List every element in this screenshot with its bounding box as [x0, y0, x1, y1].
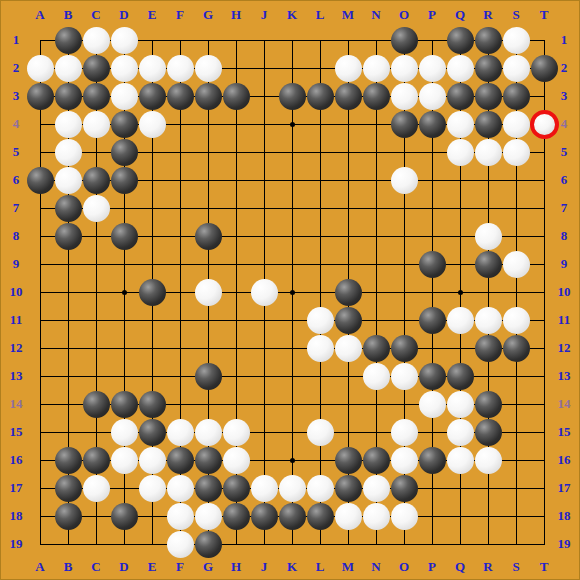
- stone-black: [167, 83, 194, 110]
- column-label: T: [532, 559, 556, 575]
- row-label: 12: [4, 340, 28, 356]
- stone-black: [363, 335, 390, 362]
- row-label: 6: [552, 172, 576, 188]
- stone-white: [447, 419, 474, 446]
- column-label: D: [112, 7, 136, 23]
- stone-black: [279, 503, 306, 530]
- goban[interactable]: AABBCCDDEEFFGGHHJJKKLLMMNNOOPPQQRRSSTT11…: [0, 0, 580, 580]
- column-label: O: [392, 559, 416, 575]
- stone-black: [419, 307, 446, 334]
- column-label: E: [140, 7, 164, 23]
- stone-black: [307, 83, 334, 110]
- column-label: A: [28, 7, 52, 23]
- stone-black: [503, 83, 530, 110]
- column-label: D: [112, 559, 136, 575]
- stone-white: [307, 307, 334, 334]
- stone-white: [447, 55, 474, 82]
- stone-black: [279, 83, 306, 110]
- stone-black: [475, 335, 502, 362]
- row-label: 8: [552, 228, 576, 244]
- row-label: 8: [4, 228, 28, 244]
- stone-black: [503, 335, 530, 362]
- stone-white: [111, 83, 138, 110]
- stone-black: [139, 419, 166, 446]
- column-label: P: [420, 7, 444, 23]
- row-label: 1: [4, 32, 28, 48]
- stone-black: [419, 111, 446, 138]
- stone-black: [531, 55, 558, 82]
- stone-white: [503, 139, 530, 166]
- stone-black: [363, 83, 390, 110]
- stone-white: [167, 503, 194, 530]
- stone-white: [111, 447, 138, 474]
- stone-white: [503, 55, 530, 82]
- star-point: [290, 290, 295, 295]
- stone-white: [363, 503, 390, 530]
- column-label: M: [336, 7, 360, 23]
- stone-white: [391, 447, 418, 474]
- stone-white: [391, 55, 418, 82]
- column-label: H: [224, 559, 248, 575]
- stone-white: [503, 27, 530, 54]
- stone-black: [27, 83, 54, 110]
- stone-black: [83, 55, 110, 82]
- stone-black: [335, 475, 362, 502]
- stone-black: [475, 27, 502, 54]
- stone-white: [223, 419, 250, 446]
- last-move-stone-white: [530, 110, 559, 139]
- stone-white: [447, 111, 474, 138]
- stone-white: [167, 475, 194, 502]
- stone-white: [475, 447, 502, 474]
- stone-white: [363, 475, 390, 502]
- stone-black: [307, 503, 334, 530]
- stone-black: [167, 447, 194, 474]
- stone-black: [419, 363, 446, 390]
- stone-black: [475, 419, 502, 446]
- column-label: K: [280, 559, 304, 575]
- column-label: T: [532, 7, 556, 23]
- row-label: 13: [552, 368, 576, 384]
- stone-black: [251, 503, 278, 530]
- stone-white: [223, 447, 250, 474]
- stone-black: [335, 83, 362, 110]
- stone-black: [83, 167, 110, 194]
- stone-white: [419, 83, 446, 110]
- column-label: B: [56, 7, 80, 23]
- stone-black: [55, 503, 82, 530]
- stone-black: [447, 83, 474, 110]
- stone-white: [139, 111, 166, 138]
- column-label: A: [28, 559, 52, 575]
- stone-white: [335, 55, 362, 82]
- star-point: [290, 458, 295, 463]
- stone-white: [83, 27, 110, 54]
- row-label: 9: [552, 256, 576, 272]
- stone-white: [111, 419, 138, 446]
- row-label: 17: [552, 480, 576, 496]
- stone-white: [55, 111, 82, 138]
- stone-white: [195, 503, 222, 530]
- column-label: R: [476, 559, 500, 575]
- row-label: 13: [4, 368, 28, 384]
- stone-white: [503, 307, 530, 334]
- row-label: 18: [552, 508, 576, 524]
- row-label: 14: [552, 396, 576, 412]
- stone-white: [139, 447, 166, 474]
- stone-white: [475, 307, 502, 334]
- stone-black: [363, 447, 390, 474]
- row-label: 11: [4, 312, 28, 328]
- stone-white: [447, 307, 474, 334]
- row-label: 10: [552, 284, 576, 300]
- stone-white: [363, 55, 390, 82]
- row-label: 19: [552, 536, 576, 552]
- row-label: 11: [552, 312, 576, 328]
- stone-white: [251, 475, 278, 502]
- stone-white: [363, 363, 390, 390]
- stone-black: [111, 503, 138, 530]
- stone-black: [195, 223, 222, 250]
- stone-white: [391, 419, 418, 446]
- stone-white: [335, 503, 362, 530]
- stone-white: [195, 419, 222, 446]
- column-label: J: [252, 559, 276, 575]
- grid-line: [320, 40, 321, 545]
- stone-black: [195, 531, 222, 558]
- stone-white: [307, 335, 334, 362]
- stone-white: [447, 391, 474, 418]
- stone-black: [195, 475, 222, 502]
- column-label: P: [420, 559, 444, 575]
- column-label: O: [392, 7, 416, 23]
- stone-black: [475, 251, 502, 278]
- column-label: E: [140, 559, 164, 575]
- stone-black: [111, 391, 138, 418]
- stone-white: [447, 139, 474, 166]
- stone-white: [419, 55, 446, 82]
- row-label: 9: [4, 256, 28, 272]
- stone-black: [223, 503, 250, 530]
- column-label: L: [308, 559, 332, 575]
- column-label: F: [168, 7, 192, 23]
- column-label: N: [364, 7, 388, 23]
- stone-white: [503, 111, 530, 138]
- stone-white: [391, 363, 418, 390]
- row-label: 1: [552, 32, 576, 48]
- stone-black: [475, 55, 502, 82]
- stone-white: [475, 139, 502, 166]
- column-label: S: [504, 7, 528, 23]
- stone-black: [391, 27, 418, 54]
- stone-white: [503, 251, 530, 278]
- stone-black: [27, 167, 54, 194]
- row-label: 12: [552, 340, 576, 356]
- stone-black: [139, 279, 166, 306]
- stone-black: [55, 83, 82, 110]
- stone-white: [391, 167, 418, 194]
- stone-black: [391, 475, 418, 502]
- stone-white: [195, 279, 222, 306]
- row-label: 16: [4, 452, 28, 468]
- stone-black: [83, 391, 110, 418]
- row-label: 2: [4, 60, 28, 76]
- stone-black: [111, 111, 138, 138]
- stone-black: [475, 111, 502, 138]
- stone-black: [391, 335, 418, 362]
- stone-black: [83, 83, 110, 110]
- row-label: 5: [552, 144, 576, 160]
- row-label: 4: [4, 116, 28, 132]
- stone-white: [139, 475, 166, 502]
- column-label: J: [252, 7, 276, 23]
- stone-black: [55, 195, 82, 222]
- column-label: K: [280, 7, 304, 23]
- stone-white: [475, 223, 502, 250]
- grid-line: [40, 544, 545, 545]
- stone-white: [307, 475, 334, 502]
- stone-black: [195, 83, 222, 110]
- stone-white: [83, 111, 110, 138]
- stone-white: [111, 27, 138, 54]
- column-label: Q: [448, 7, 472, 23]
- stone-white: [447, 447, 474, 474]
- column-label: C: [84, 7, 108, 23]
- stone-black: [447, 363, 474, 390]
- stone-black: [195, 363, 222, 390]
- column-label: R: [476, 7, 500, 23]
- row-label: 10: [4, 284, 28, 300]
- column-label: C: [84, 559, 108, 575]
- stone-black: [55, 475, 82, 502]
- row-label: 19: [4, 536, 28, 552]
- stone-black: [223, 475, 250, 502]
- stone-black: [335, 279, 362, 306]
- stone-white: [307, 419, 334, 446]
- stone-white: [391, 503, 418, 530]
- row-label: 3: [4, 88, 28, 104]
- row-label: 7: [552, 200, 576, 216]
- star-point: [458, 290, 463, 295]
- stone-white: [279, 475, 306, 502]
- stone-white: [195, 55, 222, 82]
- row-label: 15: [552, 424, 576, 440]
- stone-black: [447, 27, 474, 54]
- stone-black: [55, 223, 82, 250]
- column-label: N: [364, 559, 388, 575]
- stone-black: [139, 391, 166, 418]
- star-point: [290, 122, 295, 127]
- stone-black: [111, 223, 138, 250]
- row-label: 17: [4, 480, 28, 496]
- column-label: G: [196, 7, 220, 23]
- stone-black: [223, 83, 250, 110]
- column-label: M: [336, 559, 360, 575]
- stone-white: [55, 139, 82, 166]
- stone-black: [475, 83, 502, 110]
- stone-white: [83, 475, 110, 502]
- column-label: H: [224, 7, 248, 23]
- stone-black: [419, 447, 446, 474]
- stone-white: [55, 55, 82, 82]
- stone-black: [419, 251, 446, 278]
- stone-black: [391, 111, 418, 138]
- column-label: G: [196, 559, 220, 575]
- stone-black: [335, 307, 362, 334]
- stone-white: [139, 55, 166, 82]
- stone-black: [139, 83, 166, 110]
- stone-white: [251, 279, 278, 306]
- stone-white: [167, 55, 194, 82]
- stone-white: [83, 195, 110, 222]
- stone-black: [111, 167, 138, 194]
- stone-black: [335, 447, 362, 474]
- stone-white: [27, 55, 54, 82]
- grid-line: [40, 348, 545, 349]
- column-label: B: [56, 559, 80, 575]
- row-label: 5: [4, 144, 28, 160]
- stone-black: [55, 27, 82, 54]
- stone-white: [111, 55, 138, 82]
- column-label: F: [168, 559, 192, 575]
- column-label: Q: [448, 559, 472, 575]
- stone-black: [111, 139, 138, 166]
- stone-black: [195, 447, 222, 474]
- star-point: [122, 290, 127, 295]
- stone-white: [419, 391, 446, 418]
- stone-black: [83, 447, 110, 474]
- stone-black: [475, 391, 502, 418]
- row-label: 16: [552, 452, 576, 468]
- stone-white: [335, 335, 362, 362]
- stone-white: [391, 83, 418, 110]
- row-label: 14: [4, 396, 28, 412]
- column-label: L: [308, 7, 332, 23]
- row-label: 18: [4, 508, 28, 524]
- column-label: S: [504, 559, 528, 575]
- row-label: 6: [4, 172, 28, 188]
- stone-white: [55, 167, 82, 194]
- stone-white: [167, 419, 194, 446]
- row-label: 3: [552, 88, 576, 104]
- row-label: 15: [4, 424, 28, 440]
- stone-white: [167, 531, 194, 558]
- row-label: 7: [4, 200, 28, 216]
- stone-black: [55, 447, 82, 474]
